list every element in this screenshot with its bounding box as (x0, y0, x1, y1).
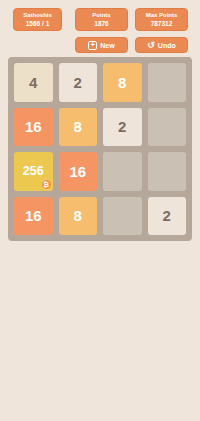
tile-8: 8 (59, 197, 98, 236)
tile-2: 2 (103, 108, 142, 147)
stat-max-points-label: Max Points (146, 12, 178, 19)
tile-2: 2 (59, 63, 98, 102)
empty-cell (148, 152, 187, 191)
stat-points-value: 1876 (94, 20, 108, 27)
tile-16: 16 (14, 197, 53, 236)
new-game-button[interactable]: + New (75, 37, 128, 53)
stat-sathoshis-value: 1566 / 1 (26, 20, 50, 27)
tile-8: 8 (59, 108, 98, 147)
board[interactable]: 4281682256₿161682 (8, 57, 192, 241)
undo-button[interactable]: ↺ Undo (135, 37, 188, 53)
new-game-button-label: New (100, 42, 114, 49)
coin-icon: ₿ (41, 179, 52, 190)
stat-max-points: Max Points 787312 (135, 8, 188, 31)
empty-cell (103, 197, 142, 236)
stat-points: Points 1876 (75, 8, 128, 31)
stat-sathoshis-label: Sathoshis (23, 12, 52, 19)
stat-max-points-value: 787312 (151, 20, 173, 27)
empty-cell (103, 152, 142, 191)
tile-256: 256₿ (14, 152, 53, 191)
plus-square-icon: + (88, 41, 97, 50)
tile-8: 8 (103, 63, 142, 102)
stat-points-label: Points (92, 12, 110, 19)
tile-2: 2 (148, 197, 187, 236)
undo-button-label: Undo (158, 42, 176, 49)
tile-4: 4 (14, 63, 53, 102)
empty-cell (148, 108, 187, 147)
empty-cell (148, 63, 187, 102)
stat-sathoshis: Sathoshis 1566 / 1 (13, 8, 62, 31)
tile-16: 16 (14, 108, 53, 147)
tile-16: 16 (59, 152, 98, 191)
undo-arrow-icon: ↺ (147, 41, 155, 50)
